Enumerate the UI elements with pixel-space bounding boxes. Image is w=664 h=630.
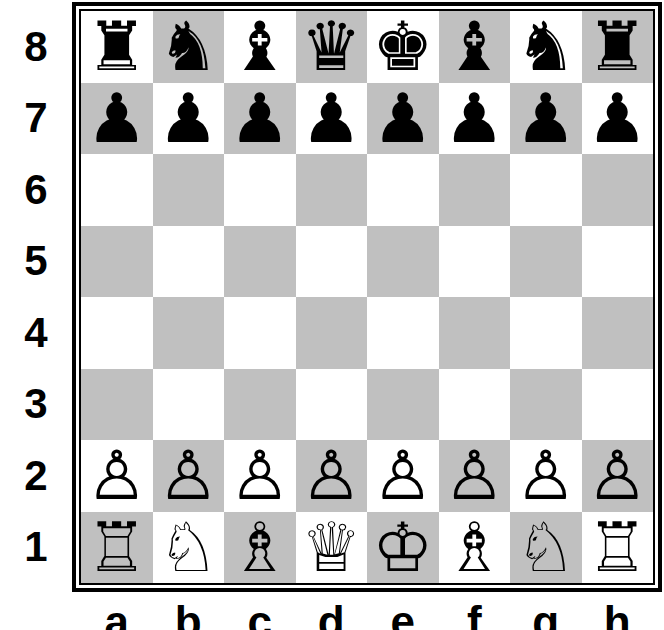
square-a1[interactable]: ♖ bbox=[81, 512, 153, 584]
black-bishop-c8[interactable]: ♝ bbox=[229, 11, 290, 83]
square-h1[interactable]: ♖ bbox=[582, 512, 654, 584]
rank-label-3: 3 bbox=[0, 369, 72, 441]
rank-label-8: 8 bbox=[0, 11, 72, 83]
square-e3[interactable] bbox=[367, 369, 439, 441]
square-b5[interactable] bbox=[153, 226, 225, 298]
white-pawn-d2[interactable]: ♙ bbox=[301, 440, 362, 512]
white-rook-a1[interactable]: ♖ bbox=[86, 512, 147, 584]
black-pawn-e7[interactable]: ♟ bbox=[372, 83, 433, 155]
square-e7[interactable]: ♟ bbox=[367, 83, 439, 155]
file-label-a: a bbox=[81, 597, 153, 630]
file-labels-row: abcdefgh bbox=[81, 597, 653, 630]
file-label-h: h bbox=[582, 597, 654, 630]
black-rook-h8[interactable]: ♜ bbox=[587, 11, 648, 83]
white-pawn-e2[interactable]: ♙ bbox=[372, 440, 433, 512]
square-d8[interactable]: ♛ bbox=[296, 11, 368, 83]
square-c2[interactable]: ♙ bbox=[224, 440, 296, 512]
square-a2[interactable]: ♙ bbox=[81, 440, 153, 512]
white-bishop-c1[interactable]: ♗ bbox=[229, 512, 290, 584]
white-queen-d1[interactable]: ♕ bbox=[301, 512, 362, 584]
square-g8[interactable]: ♞ bbox=[510, 11, 582, 83]
rank-label-6: 6 bbox=[0, 154, 72, 226]
rank-label-5: 5 bbox=[0, 226, 72, 298]
square-h2[interactable]: ♙ bbox=[582, 440, 654, 512]
file-label-d: d bbox=[296, 597, 368, 630]
square-h6[interactable] bbox=[582, 154, 654, 226]
chessboard-frame: ♜♞♝♛♚♝♞♜♟♟♟♟♟♟♟♟♙♙♙♙♙♙♙♙♖♘♗♕♔♗♘♖ bbox=[79, 9, 655, 585]
black-pawn-g7[interactable]: ♟ bbox=[515, 83, 576, 155]
rank-label-4: 4 bbox=[0, 297, 72, 369]
square-c6[interactable] bbox=[224, 154, 296, 226]
black-pawn-d7[interactable]: ♟ bbox=[301, 83, 362, 155]
square-f2[interactable]: ♙ bbox=[439, 440, 511, 512]
square-f6[interactable] bbox=[439, 154, 511, 226]
square-c4[interactable] bbox=[224, 297, 296, 369]
white-pawn-g2[interactable]: ♙ bbox=[515, 440, 576, 512]
black-knight-g8[interactable]: ♞ bbox=[515, 11, 576, 83]
square-b3[interactable] bbox=[153, 369, 225, 441]
white-pawn-c2[interactable]: ♙ bbox=[229, 440, 290, 512]
black-king-e8[interactable]: ♚ bbox=[372, 11, 433, 83]
square-e8[interactable]: ♚ bbox=[367, 11, 439, 83]
square-c7[interactable]: ♟ bbox=[224, 83, 296, 155]
square-f4[interactable] bbox=[439, 297, 511, 369]
square-b8[interactable]: ♞ bbox=[153, 11, 225, 83]
square-b7[interactable]: ♟ bbox=[153, 83, 225, 155]
black-pawn-b7[interactable]: ♟ bbox=[158, 83, 219, 155]
square-c1[interactable]: ♗ bbox=[224, 512, 296, 584]
square-g2[interactable]: ♙ bbox=[510, 440, 582, 512]
square-h8[interactable]: ♜ bbox=[582, 11, 654, 83]
square-d7[interactable]: ♟ bbox=[296, 83, 368, 155]
square-d5[interactable] bbox=[296, 226, 368, 298]
square-h4[interactable] bbox=[582, 297, 654, 369]
square-f5[interactable] bbox=[439, 226, 511, 298]
square-g5[interactable] bbox=[510, 226, 582, 298]
square-f8[interactable]: ♝ bbox=[439, 11, 511, 83]
square-b4[interactable] bbox=[153, 297, 225, 369]
rank-label-1: 1 bbox=[0, 512, 72, 584]
rank-labels-column: 87654321 bbox=[0, 11, 72, 583]
black-pawn-c7[interactable]: ♟ bbox=[229, 83, 290, 155]
square-a4[interactable] bbox=[81, 297, 153, 369]
chessboard-grid: ♜♞♝♛♚♝♞♜♟♟♟♟♟♟♟♟♙♙♙♙♙♙♙♙♖♘♗♕♔♗♘♖ bbox=[81, 11, 653, 583]
square-f7[interactable]: ♟ bbox=[439, 83, 511, 155]
square-g4[interactable] bbox=[510, 297, 582, 369]
square-h3[interactable] bbox=[582, 369, 654, 441]
square-b1[interactable]: ♘ bbox=[153, 512, 225, 584]
square-g1[interactable]: ♘ bbox=[510, 512, 582, 584]
square-c8[interactable]: ♝ bbox=[224, 11, 296, 83]
square-g7[interactable]: ♟ bbox=[510, 83, 582, 155]
square-a8[interactable]: ♜ bbox=[81, 11, 153, 83]
rank-label-7: 7 bbox=[0, 83, 72, 155]
square-d6[interactable] bbox=[296, 154, 368, 226]
white-pawn-h2[interactable]: ♙ bbox=[587, 440, 648, 512]
square-c3[interactable] bbox=[224, 369, 296, 441]
white-knight-b1[interactable]: ♘ bbox=[158, 512, 219, 584]
square-e2[interactable]: ♙ bbox=[367, 440, 439, 512]
square-b2[interactable]: ♙ bbox=[153, 440, 225, 512]
white-knight-g1[interactable]: ♘ bbox=[515, 512, 576, 584]
square-c5[interactable] bbox=[224, 226, 296, 298]
black-pawn-a7[interactable]: ♟ bbox=[86, 83, 147, 155]
square-d4[interactable] bbox=[296, 297, 368, 369]
square-h7[interactable]: ♟ bbox=[582, 83, 654, 155]
white-rook-h1[interactable]: ♖ bbox=[587, 512, 648, 584]
square-a6[interactable] bbox=[81, 154, 153, 226]
square-a7[interactable]: ♟ bbox=[81, 83, 153, 155]
file-label-g: g bbox=[510, 597, 582, 630]
white-pawn-a2[interactable]: ♙ bbox=[86, 440, 147, 512]
square-e1[interactable]: ♔ bbox=[367, 512, 439, 584]
file-label-e: e bbox=[367, 597, 439, 630]
square-e5[interactable] bbox=[367, 226, 439, 298]
black-bishop-f8[interactable]: ♝ bbox=[444, 11, 505, 83]
file-label-c: c bbox=[224, 597, 296, 630]
square-g6[interactable] bbox=[510, 154, 582, 226]
file-label-f: f bbox=[439, 597, 511, 630]
file-label-b: b bbox=[153, 597, 225, 630]
white-pawn-f2[interactable]: ♙ bbox=[444, 440, 505, 512]
square-b6[interactable] bbox=[153, 154, 225, 226]
black-pawn-f7[interactable]: ♟ bbox=[444, 83, 505, 155]
white-pawn-b2[interactable]: ♙ bbox=[158, 440, 219, 512]
square-d3[interactable] bbox=[296, 369, 368, 441]
square-d2[interactable]: ♙ bbox=[296, 440, 368, 512]
square-a3[interactable] bbox=[81, 369, 153, 441]
square-h5[interactable] bbox=[582, 226, 654, 298]
white-king-e1[interactable]: ♔ bbox=[372, 512, 433, 584]
black-rook-a8[interactable]: ♜ bbox=[86, 11, 147, 83]
white-bishop-f1[interactable]: ♗ bbox=[444, 512, 505, 584]
black-knight-b8[interactable]: ♞ bbox=[158, 11, 219, 83]
square-a5[interactable] bbox=[81, 226, 153, 298]
chessboard: ♜♞♝♛♚♝♞♜♟♟♟♟♟♟♟♟♙♙♙♙♙♙♙♙♖♘♗♕♔♗♘♖ bbox=[72, 2, 662, 592]
square-d1[interactable]: ♕ bbox=[296, 512, 368, 584]
square-f1[interactable]: ♗ bbox=[439, 512, 511, 584]
square-f3[interactable] bbox=[439, 369, 511, 441]
black-queen-d8[interactable]: ♛ bbox=[301, 11, 362, 83]
rank-label-2: 2 bbox=[0, 440, 72, 512]
square-g3[interactable] bbox=[510, 369, 582, 441]
square-e4[interactable] bbox=[367, 297, 439, 369]
square-e6[interactable] bbox=[367, 154, 439, 226]
black-pawn-h7[interactable]: ♟ bbox=[587, 83, 648, 155]
